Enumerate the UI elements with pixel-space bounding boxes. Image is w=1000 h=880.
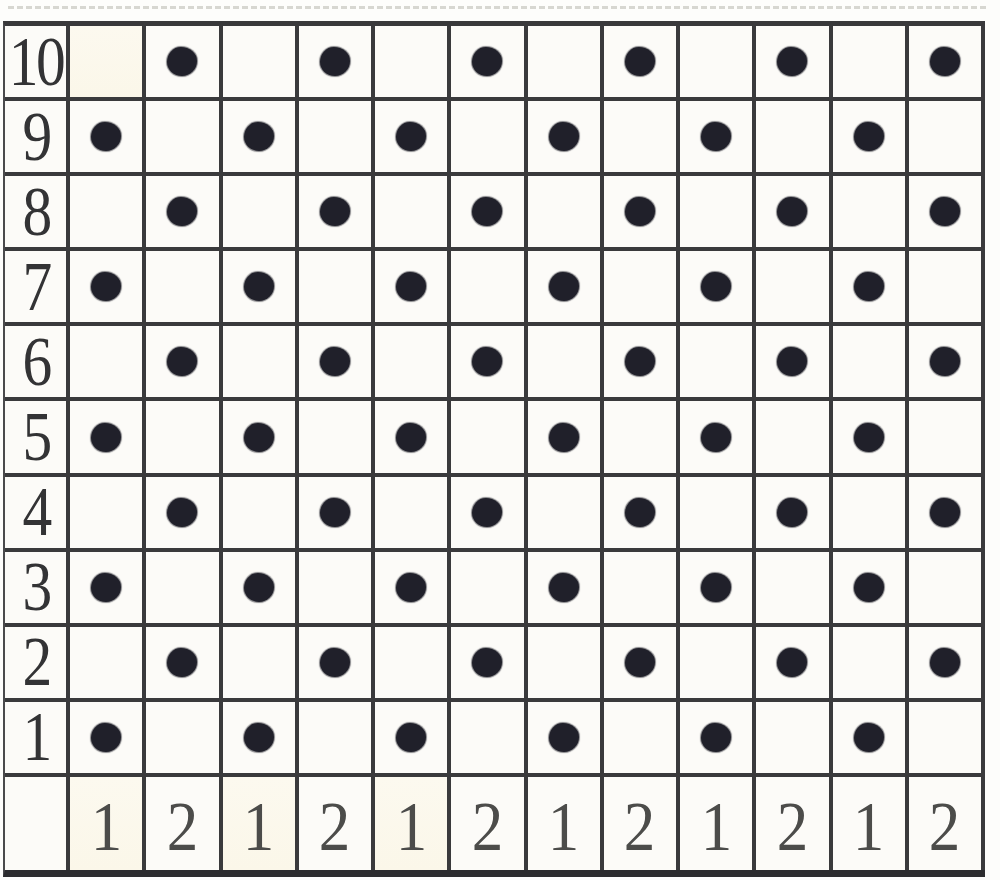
pattern-dot-icon xyxy=(625,498,655,527)
row-label-cell: 4 xyxy=(5,477,70,552)
grid-cell xyxy=(756,627,832,702)
grid-cell xyxy=(223,401,299,476)
grid-cell xyxy=(756,477,832,552)
pattern-dot-icon xyxy=(244,723,274,752)
pattern-dot-icon xyxy=(549,423,579,452)
grid-cell xyxy=(833,176,909,251)
grid-cell xyxy=(299,101,375,176)
row-label-cell: 7 xyxy=(5,251,70,326)
pattern-dot-icon xyxy=(396,723,426,752)
row-label: 9 xyxy=(22,102,49,172)
grid-cell xyxy=(604,101,680,176)
grid-cell xyxy=(223,702,299,777)
grid-cell xyxy=(70,101,146,176)
grid-cell xyxy=(299,251,375,326)
grid-cell xyxy=(70,702,146,777)
grid-cell xyxy=(833,251,909,326)
grid-cell xyxy=(146,176,222,251)
pattern-dot-icon xyxy=(549,272,579,301)
column-label: 2 xyxy=(319,784,351,862)
grid-cell xyxy=(70,552,146,627)
pattern-dot-icon xyxy=(320,347,350,376)
column-label: 1 xyxy=(90,784,122,862)
column-label-cell: 1 xyxy=(70,777,146,870)
grid-cell xyxy=(146,702,222,777)
column-label-cell: 1 xyxy=(223,777,299,870)
pattern-dot-icon xyxy=(777,498,807,527)
row-label: 8 xyxy=(22,177,49,247)
row-label-cell: 9 xyxy=(5,101,70,176)
pattern-dot-icon xyxy=(854,272,884,301)
row-label: 2 xyxy=(22,627,49,697)
grid-cell xyxy=(70,477,146,552)
pattern-dot-icon xyxy=(701,423,731,452)
grid-cell xyxy=(70,326,146,401)
grid-cell xyxy=(528,26,604,101)
column-label-cell: 2 xyxy=(909,777,985,870)
grid-cell xyxy=(528,326,604,401)
grid-cell xyxy=(451,702,527,777)
grid-cell xyxy=(528,401,604,476)
grid-cell xyxy=(70,251,146,326)
grid-cell xyxy=(375,26,451,101)
row-label: 6 xyxy=(22,327,49,397)
grid-cell xyxy=(604,401,680,476)
pattern-dot-icon xyxy=(91,573,121,602)
grid-cell xyxy=(299,26,375,101)
grid-cell xyxy=(299,176,375,251)
grid-cell xyxy=(299,552,375,627)
grid-cell xyxy=(909,251,985,326)
grid-cell xyxy=(146,26,222,101)
grid-cell xyxy=(375,477,451,552)
grid-cell xyxy=(451,251,527,326)
grid-cell xyxy=(909,176,985,251)
pattern-dot-icon xyxy=(777,47,807,76)
grid-cell xyxy=(680,326,756,401)
pattern-dot-icon xyxy=(625,47,655,76)
grid-cell xyxy=(680,176,756,251)
grid-cell xyxy=(375,176,451,251)
pattern-dot-icon xyxy=(625,347,655,376)
pattern-dot-icon xyxy=(167,197,197,226)
pattern-dot-icon xyxy=(396,573,426,602)
grid-cell xyxy=(909,401,985,476)
pattern-dot-icon xyxy=(167,347,197,376)
row-label: 10 xyxy=(8,27,62,97)
pattern-dot-icon xyxy=(930,47,960,76)
pattern-dot-icon xyxy=(167,47,197,76)
pattern-dot-icon xyxy=(930,197,960,226)
grid-cell xyxy=(528,552,604,627)
pattern-dot-icon xyxy=(777,197,807,226)
row-label: 1 xyxy=(22,702,49,772)
grid-cell xyxy=(223,552,299,627)
row-label: 5 xyxy=(22,402,49,472)
row-label-cell: 5 xyxy=(5,401,70,476)
row-label: 3 xyxy=(22,552,49,622)
grid-cell xyxy=(604,26,680,101)
row-label: 4 xyxy=(22,477,49,547)
grid-cell xyxy=(375,401,451,476)
pattern-dot-icon xyxy=(854,723,884,752)
grid-cell xyxy=(528,101,604,176)
grid-cell xyxy=(299,477,375,552)
grid-cell xyxy=(451,401,527,476)
row-label-cell: 10 xyxy=(5,26,70,101)
column-label: 2 xyxy=(777,784,809,862)
pattern-dot-icon xyxy=(167,498,197,527)
pattern-dot-icon xyxy=(472,197,502,226)
pattern-dot-icon xyxy=(91,423,121,452)
row-label: 7 xyxy=(22,252,49,322)
grid-cell xyxy=(451,326,527,401)
corner-cell xyxy=(5,777,70,870)
grid-cell xyxy=(833,552,909,627)
pattern-dot-icon xyxy=(625,197,655,226)
grid-cell xyxy=(833,326,909,401)
pattern-dot-icon xyxy=(854,122,884,151)
grid-cell xyxy=(223,251,299,326)
column-label-cell: 1 xyxy=(375,777,451,870)
grid-cell xyxy=(146,401,222,476)
grid-cell xyxy=(223,627,299,702)
grid-cell xyxy=(909,627,985,702)
pattern-dot-icon xyxy=(625,648,655,677)
grid-cell xyxy=(604,552,680,627)
column-label: 1 xyxy=(243,784,275,862)
row-label-cell: 6 xyxy=(5,326,70,401)
grid-cell xyxy=(680,477,756,552)
grid-cell xyxy=(528,477,604,552)
row-label-cell: 8 xyxy=(5,176,70,251)
grid-cell xyxy=(909,26,985,101)
pattern-dot-icon xyxy=(472,648,502,677)
pattern-dot-icon xyxy=(320,498,350,527)
row-label-cell: 1 xyxy=(5,702,70,777)
pattern-dot-icon xyxy=(854,573,884,602)
grid-cell xyxy=(909,477,985,552)
grid-cell xyxy=(604,326,680,401)
grid-cell xyxy=(146,552,222,627)
grid-cell xyxy=(451,101,527,176)
pattern-dot-icon xyxy=(396,122,426,151)
pattern-dot-icon xyxy=(549,723,579,752)
grid-cell xyxy=(756,101,832,176)
grid-cell xyxy=(756,251,832,326)
grid-cell xyxy=(833,101,909,176)
pattern-dot-icon xyxy=(930,498,960,527)
grid-cell xyxy=(223,101,299,176)
grid-cell xyxy=(451,552,527,627)
pattern-dot-icon xyxy=(854,423,884,452)
grid-cell xyxy=(299,702,375,777)
grid-cell xyxy=(223,26,299,101)
grid-cell xyxy=(680,251,756,326)
pattern-dot-icon xyxy=(167,648,197,677)
grid-cell xyxy=(528,251,604,326)
column-label: 1 xyxy=(853,784,885,862)
column-label: 1 xyxy=(395,784,427,862)
grid-cell xyxy=(756,26,832,101)
grid-cell xyxy=(528,702,604,777)
pattern-dot-icon xyxy=(701,723,731,752)
pattern-dot-icon xyxy=(472,47,502,76)
pattern-chart: 10987654321121212121212 xyxy=(0,0,1000,880)
grid-cell xyxy=(680,26,756,101)
top-dashed-line xyxy=(8,6,986,9)
grid-cell xyxy=(604,627,680,702)
grid-cell xyxy=(680,401,756,476)
grid-cell xyxy=(451,26,527,101)
grid-cell xyxy=(375,552,451,627)
column-label-cell: 1 xyxy=(528,777,604,870)
grid-cell xyxy=(909,326,985,401)
column-label-cell: 1 xyxy=(680,777,756,870)
pattern-dot-icon xyxy=(320,47,350,76)
pattern-dot-icon xyxy=(91,122,121,151)
grid-cell xyxy=(909,552,985,627)
grid-cell xyxy=(680,101,756,176)
grid-cell xyxy=(833,477,909,552)
grid-cell xyxy=(528,176,604,251)
grid-cell xyxy=(833,702,909,777)
grid-cell xyxy=(756,176,832,251)
grid-cell xyxy=(756,326,832,401)
pattern-dot-icon xyxy=(549,573,579,602)
grid-cell xyxy=(604,702,680,777)
grid-cell xyxy=(451,477,527,552)
grid-cell xyxy=(299,326,375,401)
column-label-cell: 2 xyxy=(299,777,375,870)
grid-cell xyxy=(680,702,756,777)
pattern-dot-icon xyxy=(244,573,274,602)
pattern-dot-icon xyxy=(930,648,960,677)
grid-cell xyxy=(680,627,756,702)
grid-cell xyxy=(833,401,909,476)
pattern-dot-icon xyxy=(930,347,960,376)
column-label-cell: 2 xyxy=(604,777,680,870)
pattern-dot-icon xyxy=(244,423,274,452)
grid-cell xyxy=(146,251,222,326)
grid-cell xyxy=(70,176,146,251)
pattern-dot-icon xyxy=(244,122,274,151)
grid-cell xyxy=(299,627,375,702)
column-label-cell: 1 xyxy=(833,777,909,870)
grid-cell xyxy=(146,627,222,702)
column-label: 2 xyxy=(472,784,504,862)
column-label: 2 xyxy=(167,784,199,862)
pattern-dot-icon xyxy=(91,272,121,301)
pattern-dot-icon xyxy=(320,197,350,226)
grid-cell xyxy=(223,477,299,552)
grid-cell xyxy=(70,26,146,101)
grid-cell xyxy=(146,477,222,552)
row-label-cell: 2 xyxy=(5,627,70,702)
pattern-dot-icon xyxy=(777,648,807,677)
grid-cell xyxy=(833,627,909,702)
grid-cell xyxy=(756,401,832,476)
grid-cell xyxy=(375,251,451,326)
grid-cell xyxy=(70,401,146,476)
pattern-dot-icon xyxy=(472,347,502,376)
pattern-dot-icon xyxy=(320,648,350,677)
pattern-dot-icon xyxy=(777,347,807,376)
column-label-cell: 2 xyxy=(756,777,832,870)
grid-cell xyxy=(528,627,604,702)
pattern-dot-icon xyxy=(701,573,731,602)
grid-cell xyxy=(70,627,146,702)
pattern-dot-icon xyxy=(396,423,426,452)
pattern-dot-icon xyxy=(396,272,426,301)
grid-cell xyxy=(375,326,451,401)
grid-cell xyxy=(375,702,451,777)
grid-cell xyxy=(680,552,756,627)
pattern-dot-icon xyxy=(472,498,502,527)
grid-cell xyxy=(146,326,222,401)
grid-cell xyxy=(909,702,985,777)
column-label: 1 xyxy=(700,784,732,862)
pattern-grid: 10987654321121212121212 xyxy=(3,21,985,877)
column-label: 2 xyxy=(624,784,656,862)
grid-cell xyxy=(223,176,299,251)
grid-cell xyxy=(375,101,451,176)
pattern-dot-icon xyxy=(91,723,121,752)
grid-cell xyxy=(756,552,832,627)
pattern-dot-icon xyxy=(701,272,731,301)
column-label: 1 xyxy=(548,784,580,862)
column-label-cell: 2 xyxy=(451,777,527,870)
grid-cell xyxy=(223,326,299,401)
grid-cell xyxy=(604,176,680,251)
pattern-dot-icon xyxy=(549,122,579,151)
grid-cell xyxy=(451,627,527,702)
grid-cell xyxy=(909,101,985,176)
grid-cell xyxy=(604,251,680,326)
grid-cell xyxy=(451,176,527,251)
grid-cell xyxy=(604,477,680,552)
grid-cell xyxy=(756,702,832,777)
grid-cell xyxy=(146,101,222,176)
grid-cell xyxy=(833,26,909,101)
column-label: 2 xyxy=(929,784,961,862)
pattern-dot-icon xyxy=(244,272,274,301)
column-label-cell: 2 xyxy=(146,777,222,870)
grid-cell xyxy=(299,401,375,476)
row-label-cell: 3 xyxy=(5,552,70,627)
pattern-dot-icon xyxy=(701,122,731,151)
grid-cell xyxy=(375,627,451,702)
